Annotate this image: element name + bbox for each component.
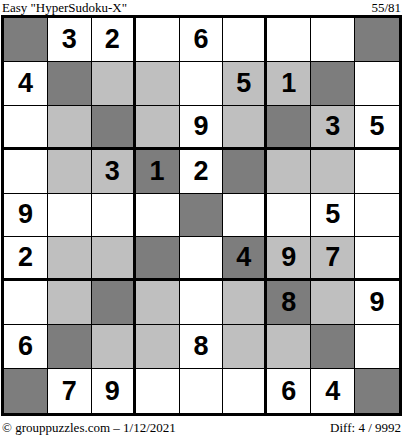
- difficulty-text: Diff: 4 / 9992: [330, 420, 401, 435]
- cell-r5c6[interactable]: [223, 194, 267, 238]
- cell-r3c9[interactable]: 5: [355, 106, 399, 150]
- cell-r3c7[interactable]: [267, 106, 311, 150]
- cell-r6c1[interactable]: 2: [4, 237, 48, 281]
- cell-r9c2[interactable]: 7: [48, 369, 92, 413]
- cell-r7c2[interactable]: [48, 281, 92, 325]
- cell-r1c6[interactable]: [223, 18, 267, 62]
- cell-r2c8[interactable]: [311, 62, 355, 106]
- cell-r2c2[interactable]: [48, 62, 92, 106]
- cell-r2c3[interactable]: [92, 62, 136, 106]
- cell-r4c5[interactable]: 2: [180, 150, 224, 194]
- cell-r1c2[interactable]: 3: [48, 18, 92, 62]
- cell-r7c5[interactable]: [180, 281, 224, 325]
- cell-r1c8[interactable]: [311, 18, 355, 62]
- cell-r2c5[interactable]: [180, 62, 224, 106]
- puzzle-title: Easy "HyperSudoku-X": [2, 0, 127, 15]
- cell-r4c9[interactable]: [355, 150, 399, 194]
- cell-r2c1[interactable]: 4: [4, 62, 48, 106]
- cell-r1c7[interactable]: [267, 18, 311, 62]
- cell-r6c4[interactable]: [136, 237, 180, 281]
- cell-r8c4[interactable]: [136, 325, 180, 369]
- cell-r5c5[interactable]: [180, 194, 224, 238]
- cell-r1c3[interactable]: 2: [92, 18, 136, 62]
- cell-r9c9[interactable]: [355, 369, 399, 413]
- remaining-counter: 55/81: [371, 0, 401, 15]
- cell-r4c6[interactable]: [223, 150, 267, 194]
- cell-r4c4[interactable]: 1: [136, 150, 180, 194]
- cell-r1c4[interactable]: [136, 18, 180, 62]
- cell-r4c2[interactable]: [48, 150, 92, 194]
- cell-r5c9[interactable]: [355, 194, 399, 238]
- cell-r8c6[interactable]: [223, 325, 267, 369]
- cell-r9c1[interactable]: [4, 369, 48, 413]
- cell-r1c9[interactable]: [355, 18, 399, 62]
- cell-r5c2[interactable]: [48, 194, 92, 238]
- cell-r9c8[interactable]: 4: [311, 369, 355, 413]
- cell-r4c1[interactable]: [4, 150, 48, 194]
- cell-r8c2[interactable]: [48, 325, 92, 369]
- cell-r8c5[interactable]: 8: [180, 325, 224, 369]
- cell-r1c1[interactable]: [4, 18, 48, 62]
- cell-r9c4[interactable]: [136, 369, 180, 413]
- cell-r3c1[interactable]: [4, 106, 48, 150]
- cell-r7c7[interactable]: 8: [267, 281, 311, 325]
- cell-r8c9[interactable]: [355, 325, 399, 369]
- cell-r7c8[interactable]: [311, 281, 355, 325]
- cell-r8c1[interactable]: 6: [4, 325, 48, 369]
- cell-r6c8[interactable]: 7: [311, 237, 355, 281]
- cell-r8c8[interactable]: [311, 325, 355, 369]
- cell-r6c2[interactable]: [48, 237, 92, 281]
- cell-r5c3[interactable]: [92, 194, 136, 238]
- cell-r5c1[interactable]: 9: [4, 194, 48, 238]
- cell-r6c5[interactable]: [180, 237, 224, 281]
- cell-r2c7[interactable]: 1: [267, 62, 311, 106]
- cell-r8c3[interactable]: [92, 325, 136, 369]
- cell-r9c6[interactable]: [223, 369, 267, 413]
- cell-r5c7[interactable]: [267, 194, 311, 238]
- cell-r2c4[interactable]: [136, 62, 180, 106]
- cell-r3c5[interactable]: 9: [180, 106, 224, 150]
- cell-r9c5[interactable]: [180, 369, 224, 413]
- cell-r3c8[interactable]: 3: [311, 106, 355, 150]
- cell-r3c6[interactable]: [223, 106, 267, 150]
- cell-r6c9[interactable]: [355, 237, 399, 281]
- cell-r6c7[interactable]: 9: [267, 237, 311, 281]
- cell-r7c4[interactable]: [136, 281, 180, 325]
- copyright-text: © grouppuzzles.com – 1/12/2021: [2, 420, 176, 435]
- cell-r8c7[interactable]: [267, 325, 311, 369]
- cell-r1c5[interactable]: 6: [180, 18, 224, 62]
- cell-r7c9[interactable]: 9: [355, 281, 399, 325]
- cell-r2c6[interactable]: 5: [223, 62, 267, 106]
- header: Easy "HyperSudoku-X" 55/81: [2, 0, 401, 15]
- cell-r6c3[interactable]: [92, 237, 136, 281]
- cell-r2c9[interactable]: [355, 62, 399, 106]
- cell-r9c3[interactable]: 9: [92, 369, 136, 413]
- footer: © grouppuzzles.com – 1/12/2021 Diff: 4 /…: [2, 420, 401, 435]
- cell-r4c3[interactable]: 3: [92, 150, 136, 194]
- cell-r5c4[interactable]: [136, 194, 180, 238]
- cell-r5c8[interactable]: 5: [311, 194, 355, 238]
- cell-r9c7[interactable]: 6: [267, 369, 311, 413]
- cell-r3c4[interactable]: [136, 106, 180, 150]
- cell-r7c6[interactable]: [223, 281, 267, 325]
- cell-r4c7[interactable]: [267, 150, 311, 194]
- cell-r7c3[interactable]: [92, 281, 136, 325]
- cell-r4c8[interactable]: [311, 150, 355, 194]
- sudoku-board: 32645193531295249789687964: [1, 15, 402, 416]
- cell-r7c1[interactable]: [4, 281, 48, 325]
- cell-r3c3[interactable]: [92, 106, 136, 150]
- cell-r6c6[interactable]: 4: [223, 237, 267, 281]
- cell-r3c2[interactable]: [48, 106, 92, 150]
